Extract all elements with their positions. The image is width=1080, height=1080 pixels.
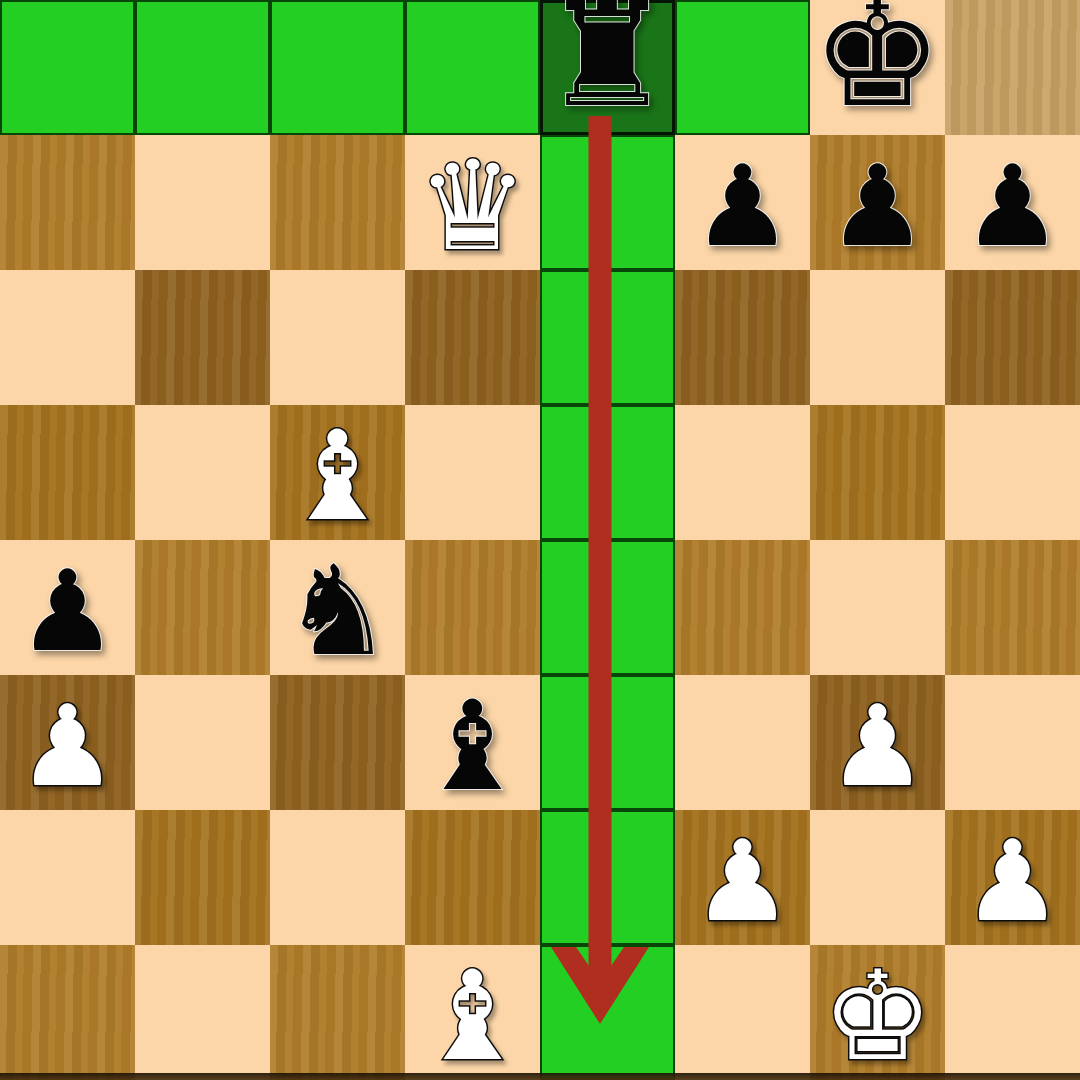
white-pawn[interactable]: ♟ [962,825,1062,937]
square-b1[interactable] [135,945,270,1080]
square-b2[interactable] [135,810,270,945]
square-h2[interactable]: ♟ [945,810,1080,945]
square-e7[interactable] [540,135,675,270]
square-f7[interactable]: ♟ [675,135,810,270]
square-h3[interactable] [945,675,1080,810]
square-f5[interactable] [675,405,810,540]
square-g8[interactable]: ♚ [810,0,945,135]
square-a8[interactable] [0,0,135,135]
square-f3[interactable] [675,675,810,810]
square-c1[interactable] [270,945,405,1080]
square-d8[interactable] [405,0,540,135]
white-bishop[interactable]: ♝ [417,954,528,1078]
chessboard: ♜♚♛♟♟♟♝♟♞♟♝♟♟♟♝♚ [0,0,1080,1080]
square-e2[interactable] [540,810,675,945]
square-f2[interactable]: ♟ [675,810,810,945]
square-g3[interactable]: ♟ [810,675,945,810]
black-pawn[interactable]: ♟ [17,555,117,667]
square-d4[interactable] [405,540,540,675]
square-c6[interactable] [270,270,405,405]
square-g1[interactable]: ♚ [810,945,945,1080]
square-d5[interactable] [405,405,540,540]
square-e4[interactable] [540,540,675,675]
square-f6[interactable] [675,270,810,405]
board-bottom-edge [0,1073,1080,1080]
square-d6[interactable] [405,270,540,405]
square-a6[interactable] [0,270,135,405]
square-h5[interactable] [945,405,1080,540]
black-pawn[interactable]: ♟ [692,150,792,262]
square-b5[interactable] [135,405,270,540]
white-pawn[interactable]: ♟ [17,690,117,802]
black-pawn[interactable]: ♟ [962,150,1062,262]
square-h1[interactable] [945,945,1080,1080]
square-a4[interactable]: ♟ [0,540,135,675]
square-f4[interactable] [675,540,810,675]
white-pawn[interactable]: ♟ [827,690,927,802]
square-a1[interactable] [0,945,135,1080]
square-h4[interactable] [945,540,1080,675]
square-a3[interactable]: ♟ [0,675,135,810]
square-e3[interactable] [540,675,675,810]
square-d1[interactable]: ♝ [405,945,540,1080]
black-pawn[interactable]: ♟ [827,150,927,262]
black-king[interactable]: ♚ [812,0,943,127]
square-e6[interactable] [540,270,675,405]
square-a7[interactable] [0,135,135,270]
square-d3[interactable]: ♝ [405,675,540,810]
white-king[interactable]: ♚ [822,954,933,1078]
board-grid: ♜♚♛♟♟♟♝♟♞♟♝♟♟♟♝♚ [0,0,1080,1080]
square-c2[interactable] [270,810,405,945]
square-e1[interactable] [540,945,675,1080]
square-b3[interactable] [135,675,270,810]
square-g6[interactable] [810,270,945,405]
square-f8[interactable] [675,0,810,135]
black-bishop[interactable]: ♝ [417,684,528,808]
square-g7[interactable]: ♟ [810,135,945,270]
square-b8[interactable] [135,0,270,135]
square-h6[interactable] [945,270,1080,405]
square-g4[interactable] [810,540,945,675]
square-c7[interactable] [270,135,405,270]
square-b4[interactable] [135,540,270,675]
square-d7[interactable]: ♛ [405,135,540,270]
square-b6[interactable] [135,270,270,405]
white-bishop[interactable]: ♝ [282,414,393,538]
square-c4[interactable]: ♞ [270,540,405,675]
square-b7[interactable] [135,135,270,270]
square-d2[interactable] [405,810,540,945]
white-queen[interactable]: ♛ [417,144,528,268]
white-pawn[interactable]: ♟ [692,825,792,937]
square-a5[interactable] [0,405,135,540]
square-h7[interactable]: ♟ [945,135,1080,270]
black-rook[interactable]: ♜ [542,0,673,127]
square-c3[interactable] [270,675,405,810]
square-g5[interactable] [810,405,945,540]
square-c5[interactable]: ♝ [270,405,405,540]
square-e5[interactable] [540,405,675,540]
square-g2[interactable] [810,810,945,945]
square-h8[interactable] [945,0,1080,135]
square-f1[interactable] [675,945,810,1080]
black-knight[interactable]: ♞ [282,549,393,673]
square-e8[interactable]: ♜ [540,0,675,135]
square-c8[interactable] [270,0,405,135]
square-a2[interactable] [0,810,135,945]
